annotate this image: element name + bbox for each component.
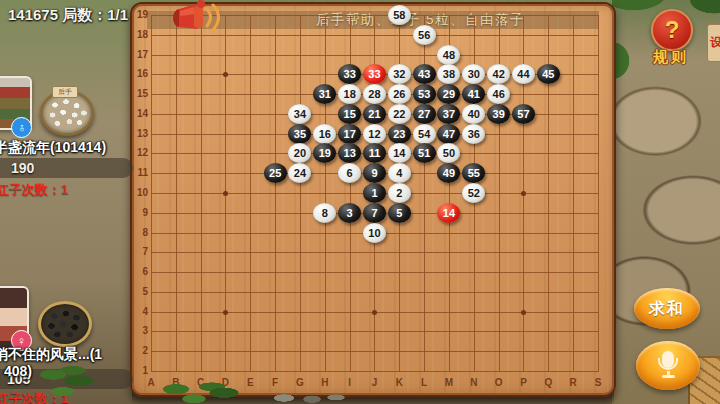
stone-white-30-N16: 30 — [462, 64, 485, 84]
stone-white-16-H13: 16 — [313, 124, 336, 144]
stone-white-36-N13: 36 — [462, 124, 485, 144]
column-label: K — [391, 377, 407, 388]
male-icon: ♂ — [11, 117, 32, 138]
player-top-score-bar: 190 — [0, 158, 133, 178]
stone-black-39-O14: 39 — [487, 104, 510, 124]
row-label: 9 — [135, 207, 148, 218]
stone-black-49-M11: 49 — [437, 163, 460, 183]
grid-line — [573, 15, 574, 372]
stone-black-29-M15: 29 — [437, 84, 460, 104]
row-label: 11 — [135, 167, 148, 178]
stone-black-57-P14: 57 — [512, 104, 535, 124]
stone-white-8-H9: 8 — [313, 203, 336, 223]
row-label: 8 — [135, 227, 148, 238]
stone-black-41-N15: 41 — [462, 84, 485, 104]
stone-white-18-I15: 18 — [338, 84, 361, 104]
stone-black-47-M13: 47 — [437, 124, 460, 144]
row-label: 18 — [135, 29, 148, 40]
row-label: 14 — [135, 108, 148, 119]
star-point — [521, 191, 526, 196]
column-label: N — [466, 377, 482, 388]
star-point — [372, 310, 377, 315]
row-label: 12 — [135, 147, 148, 158]
column-label: H — [317, 377, 333, 388]
stone-black-11-J12: 11 — [363, 143, 386, 163]
board-grid[interactable]: 5856483333324338304244453118282653294146… — [151, 15, 598, 371]
row-label: 10 — [135, 187, 148, 198]
match-header: 141675 局数：1/1 — [8, 6, 128, 25]
grid-line — [151, 272, 599, 273]
stone-black-53-L15: 53 — [413, 84, 436, 104]
row-label: 19 — [135, 9, 148, 20]
stone-white-48-M17: 48 — [437, 45, 460, 65]
column-label: R — [565, 377, 581, 388]
star-point — [223, 191, 228, 196]
column-label: O — [491, 377, 507, 388]
match-id: 141675 — [8, 6, 58, 23]
stone-white-24-G11: 24 — [288, 163, 311, 183]
stone-white-14-K12: 14 — [388, 143, 411, 163]
stone-white-20-G12: 20 — [288, 143, 311, 163]
rules-button-label: 规则 — [641, 48, 701, 67]
row-label: 6 — [135, 266, 148, 277]
stone-white-46-O15: 46 — [487, 84, 510, 104]
stone-black-27-L14: 27 — [413, 104, 436, 124]
stone-black-1-J10: 1 — [363, 183, 386, 203]
stone-black-25-F11: 25 — [264, 163, 287, 183]
column-label: I — [342, 377, 358, 388]
stone-white-52-N10: 52 — [462, 183, 485, 203]
stone-white-26-K15: 26 — [388, 84, 411, 104]
stone-white-44-P16: 44 — [512, 64, 535, 84]
stone-black-19-H12: 19 — [313, 143, 336, 163]
star-point — [521, 310, 526, 315]
stone-black-45-Q16: 45 — [537, 64, 560, 84]
stone-black-55-N11: 55 — [462, 163, 485, 183]
player-top-name: 半盏流年(101414) — [0, 139, 106, 157]
stone-black-33-I16: 33 — [338, 64, 361, 84]
stone-white-2-K10: 2 — [388, 183, 411, 203]
stone-black-23-K13: 23 — [388, 124, 411, 144]
star-point — [223, 310, 228, 315]
player-top-score: 190 — [11, 160, 34, 176]
stone-black-31-H15: 31 — [313, 84, 336, 104]
rounds-label: 局数：1/1 — [62, 6, 128, 23]
go-board[interactable]: 后手帮助、红子 5粒、自由落子 585648333332433830424445… — [130, 2, 616, 397]
stone-white-54-L13: 54 — [413, 124, 436, 144]
column-label: P — [515, 377, 531, 388]
row-label: 16 — [135, 68, 148, 79]
stone-white-22-K14: 22 — [388, 104, 411, 124]
row-label: 15 — [135, 88, 148, 99]
stone-black-17-I13: 17 — [338, 124, 361, 144]
fern-decoration — [140, 382, 260, 404]
stone-white-10-J8: 10 — [363, 223, 386, 243]
grid-line — [598, 15, 599, 372]
column-label: F — [267, 377, 283, 388]
stone-black-21-J14: 21 — [363, 104, 386, 124]
grid-line — [151, 371, 599, 372]
stone-black-5-K9: 5 — [388, 203, 411, 223]
player-bottom-name-line2: 408) — [4, 363, 32, 379]
stone-black-9-J11: 9 — [363, 163, 386, 183]
stone-white-38-M16: 38 — [437, 64, 460, 84]
stone-black-43-L16: 43 — [413, 64, 436, 84]
stone-black-37-M14: 37 — [437, 104, 460, 124]
stone-white-42-O16: 42 — [487, 64, 510, 84]
bowl-tag: 后手 — [52, 86, 78, 98]
stone-black-15-I14: 15 — [338, 104, 361, 124]
row-label: 17 — [135, 49, 148, 60]
column-label: Q — [540, 377, 556, 388]
stone-white-6-I11: 6 — [338, 163, 361, 183]
stone-white-4-K11: 4 — [388, 163, 411, 183]
stone-white-28-J15: 28 — [363, 84, 386, 104]
stone-white-50-M12: 50 — [437, 143, 460, 163]
stone-white-12-J13: 12 — [363, 124, 386, 144]
row-label: 1 — [135, 365, 148, 376]
row-labels: 19181716151413121110987654321 — [135, 15, 148, 371]
megaphone-icon — [170, 0, 224, 39]
column-label: S — [590, 377, 606, 388]
row-label: 2 — [135, 345, 148, 356]
fern-decoration — [34, 362, 98, 404]
row-label: 4 — [135, 306, 148, 317]
player-top-red-counter: 红子次数：1 — [0, 181, 68, 199]
black-stone-bowl — [38, 301, 92, 347]
stone-red-33-J16: 33 — [363, 64, 386, 84]
stone-black-7-J9: 7 — [363, 203, 386, 223]
voice-chat-button[interactable] — [636, 341, 700, 390]
rules-button[interactable]: ? — [651, 9, 693, 51]
row-label: 3 — [135, 325, 148, 336]
stone-black-35-G13: 35 — [288, 124, 311, 144]
pebbles-decoration — [268, 392, 348, 404]
stone-white-34-G14: 34 — [288, 104, 311, 124]
star-point — [223, 72, 228, 77]
stone-white-58-K19: 58 — [388, 5, 411, 25]
column-label: M — [441, 377, 457, 388]
grid-line — [151, 331, 599, 332]
stone-black-13-I12: 13 — [338, 143, 361, 163]
column-label: G — [292, 377, 308, 388]
offer-draw-button[interactable]: 求和 — [634, 288, 700, 329]
row-label: 5 — [135, 286, 148, 297]
stone-red-14-M9: 14 — [437, 203, 460, 223]
stone-white-32-K16: 32 — [388, 64, 411, 84]
stone-white-40-N14: 40 — [462, 104, 485, 124]
grid-line — [151, 292, 599, 293]
settings-icon[interactable]: 设 — [707, 24, 720, 62]
question-icon: ? — [665, 16, 680, 44]
row-label: 13 — [135, 128, 148, 139]
stone-black-3-I9: 3 — [338, 203, 361, 223]
stone-black-51-L12: 51 — [413, 143, 436, 163]
stone-white-56-L18: 56 — [413, 25, 436, 45]
grid-line — [151, 252, 599, 253]
row-label: 7 — [135, 246, 148, 257]
grid-line — [151, 351, 599, 352]
column-label: L — [416, 377, 432, 388]
column-label: J — [366, 377, 382, 388]
game-screen: 后手帮助、红子 5粒、自由落子 585648333332433830424445… — [0, 0, 720, 404]
